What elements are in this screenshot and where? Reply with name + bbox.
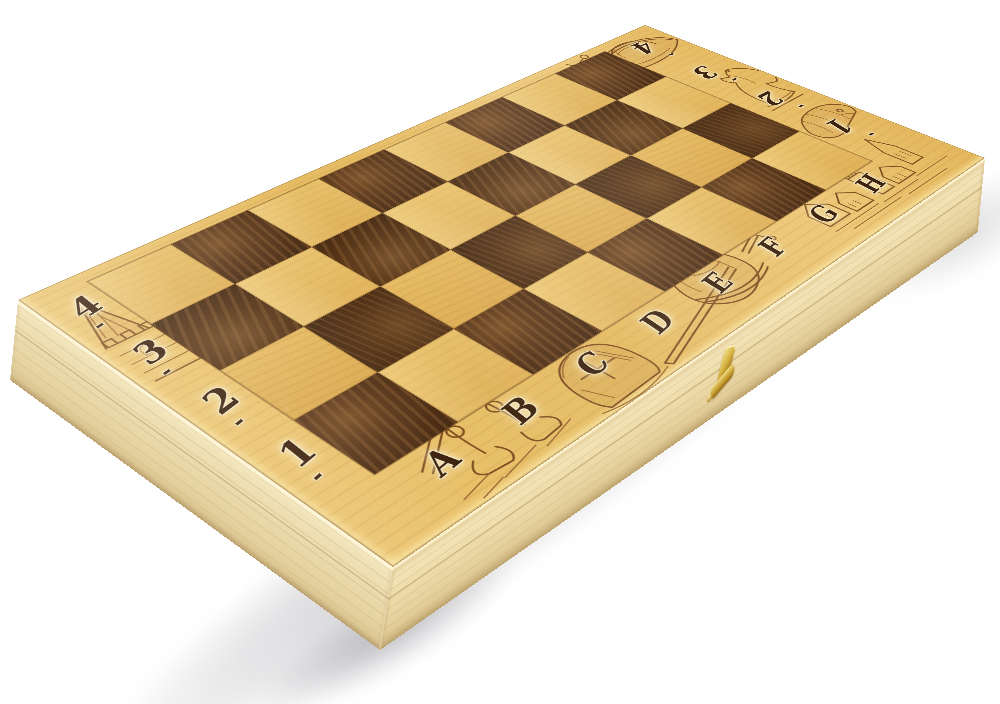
latch-knob-icon — [706, 391, 713, 404]
product-photo-scene: ABCDEFGH 4-3-2-1- 4-3-2-1- — [0, 0, 1000, 704]
